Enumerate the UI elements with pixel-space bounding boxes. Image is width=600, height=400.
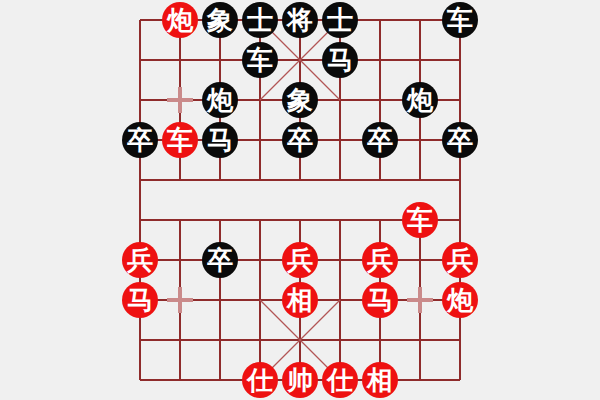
piece-black-chariot[interactable]: 车 [242, 42, 278, 78]
piece-black-pawn[interactable]: 卒 [122, 122, 158, 158]
piece-black-pawn[interactable]: 卒 [362, 122, 398, 158]
piece-black-advisor[interactable]: 士 [242, 2, 278, 38]
piece-black-advisor[interactable]: 士 [322, 2, 358, 38]
piece-black-pawn[interactable]: 卒 [282, 122, 318, 158]
piece-black-chariot[interactable]: 车 [442, 2, 478, 38]
piece-red-horse[interactable]: 马 [122, 282, 158, 318]
piece-red-cannon[interactable]: 炮 [442, 282, 478, 318]
piece-black-horse[interactable]: 马 [202, 122, 238, 158]
piece-black-pawn[interactable]: 卒 [202, 242, 238, 278]
piece-red-pawn[interactable]: 兵 [442, 242, 478, 278]
piece-red-pawn[interactable]: 兵 [362, 242, 398, 278]
piece-black-pawn[interactable]: 卒 [442, 122, 478, 158]
piece-black-cannon[interactable]: 炮 [202, 82, 238, 118]
piece-red-chariot[interactable]: 车 [162, 122, 198, 158]
xiangqi-board[interactable]: 炮象士将士车车马炮象炮卒车马卒卒卒车兵卒兵兵兵马相马炮仕帅仕相 [0, 0, 600, 400]
piece-black-cannon[interactable]: 炮 [402, 82, 438, 118]
piece-layer: 炮象士将士车车马炮象炮卒车马卒卒卒车兵卒兵兵兵马相马炮仕帅仕相 [0, 0, 600, 400]
piece-red-cannon[interactable]: 炮 [162, 2, 198, 38]
piece-red-general[interactable]: 帅 [282, 362, 318, 398]
piece-red-advisor[interactable]: 仕 [322, 362, 358, 398]
piece-red-pawn[interactable]: 兵 [122, 242, 158, 278]
piece-red-elephant[interactable]: 相 [282, 282, 318, 318]
piece-black-elephant[interactable]: 象 [282, 82, 318, 118]
piece-red-pawn[interactable]: 兵 [282, 242, 318, 278]
piece-red-chariot[interactable]: 车 [402, 202, 438, 238]
piece-red-advisor[interactable]: 仕 [242, 362, 278, 398]
piece-red-elephant[interactable]: 相 [362, 362, 398, 398]
piece-red-horse[interactable]: 马 [362, 282, 398, 318]
piece-black-general[interactable]: 将 [282, 2, 318, 38]
piece-black-horse[interactable]: 马 [322, 42, 358, 78]
piece-black-elephant[interactable]: 象 [202, 2, 238, 38]
